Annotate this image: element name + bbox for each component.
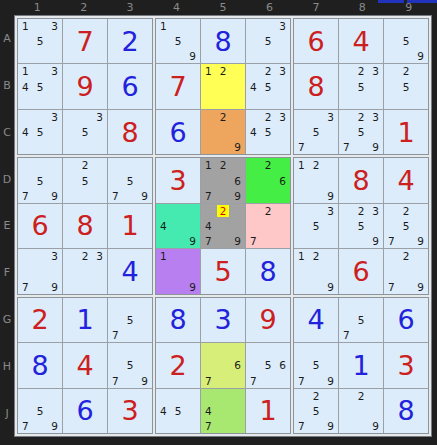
candidate-slot-3 <box>413 19 428 34</box>
candidate-slot-3 <box>230 343 245 358</box>
cell-A3[interactable]: 2 <box>108 19 152 63</box>
cell-A1[interactable]: 135 <box>18 19 62 63</box>
candidate-slot-7 <box>339 233 354 248</box>
candidate-slot-9 <box>230 373 245 388</box>
candidate-slot-3 <box>275 204 290 219</box>
candidate-slot-9: 9 <box>323 418 338 433</box>
cell-A8[interactable]: 4 <box>339 19 383 63</box>
row-label-H: H <box>0 343 14 390</box>
cell-E2[interactable]: 8 <box>63 204 107 248</box>
candidate-slot-8 <box>123 373 138 388</box>
cell-C7[interactable]: 357 <box>294 110 338 154</box>
col-label-2: 2 <box>60 0 106 15</box>
sudoku-board: 1357213459634535815983571223456292345645… <box>14 15 432 437</box>
cell-B6[interactable]: 2345 <box>246 64 290 108</box>
cell-F2[interactable]: 23 <box>63 249 107 293</box>
cell-G5[interactable]: 3 <box>201 298 245 342</box>
candidate-slot-8 <box>33 188 48 203</box>
cell-H9[interactable]: 3 <box>384 343 428 387</box>
candidate-slot-5: 5 <box>261 125 276 140</box>
pencil-marks: 29 <box>201 110 245 154</box>
cell-J7[interactable]: 2579 <box>294 389 338 433</box>
col-label-6: 6 <box>246 0 292 15</box>
cell-C6[interactable]: 2345 <box>246 110 290 154</box>
candidate-slot-4 <box>294 403 309 418</box>
candidate-slot-7: 7 <box>294 140 309 155</box>
pencil-marks: 279 <box>384 249 428 293</box>
candidate-slot-2 <box>33 389 48 404</box>
candidate-slot-1 <box>246 343 261 358</box>
candidate-slot-7 <box>18 140 33 155</box>
candidate-slot-4 <box>18 403 33 418</box>
candidate-slot-4 <box>339 125 354 140</box>
candidate-slot-6 <box>275 34 290 49</box>
candidate-slot-7: 7 <box>201 418 216 433</box>
cell-A4[interactable]: 159 <box>156 19 200 63</box>
candidate-slot-4 <box>246 358 261 373</box>
candidate-slot-3 <box>323 389 338 404</box>
candidate-slot-5 <box>354 403 369 418</box>
candidate-slot-3 <box>230 110 245 125</box>
candidate-slot-8 <box>354 327 369 342</box>
candidate-slot-8 <box>33 279 48 294</box>
candidate-slot-7 <box>384 94 399 109</box>
candidate-slot-5 <box>216 358 231 373</box>
pencil-marks: 47 <box>201 389 245 433</box>
cell-E4[interactable]: 49 <box>156 204 200 248</box>
candidate-slot-3 <box>230 204 245 219</box>
candidate-slot-5: 5 <box>123 173 138 188</box>
candidate-slot-1 <box>18 158 33 173</box>
candidate-slot-6 <box>275 219 290 234</box>
candidate-slot-2: 2 <box>216 110 231 125</box>
cell-H3[interactable]: 579 <box>108 343 152 387</box>
candidate-slot-1 <box>201 343 216 358</box>
candidate-slot-9: 9 <box>413 279 428 294</box>
row-label-E: E <box>0 203 14 250</box>
candidate-slot-2: 2 <box>354 204 369 219</box>
candidate-slot-4: 4 <box>18 125 33 140</box>
cell-J1[interactable]: 579 <box>18 389 62 433</box>
candidate-slot-8 <box>261 94 276 109</box>
cell-H7[interactable]: 579 <box>294 343 338 387</box>
candidate-slot-5 <box>171 264 186 279</box>
big-digit: 6 <box>108 64 152 108</box>
candidate-slot-5: 5 <box>33 34 48 49</box>
candidate-slot-2 <box>33 64 48 79</box>
cell-E7[interactable]: 35 <box>294 204 338 248</box>
big-digit: 9 <box>246 298 290 342</box>
cell-E1[interactable]: 6 <box>18 204 62 248</box>
candidate-slot-1 <box>108 158 123 173</box>
cell-G6[interactable]: 9 <box>246 298 290 342</box>
cell-B2[interactable]: 9 <box>63 64 107 108</box>
big-digit: 8 <box>108 110 152 154</box>
candidate-slot-8 <box>309 418 324 433</box>
candidate-slot-5: 5 <box>399 219 414 234</box>
candidate-slot-1 <box>18 389 33 404</box>
pencil-marks: 49 <box>156 204 200 248</box>
candidate-slot-1 <box>384 249 399 264</box>
candidate-slot-9: 9 <box>230 233 245 248</box>
candidate-slot-8 <box>78 140 93 155</box>
cell-J8[interactable]: 29 <box>339 389 383 433</box>
candidate-slot-2 <box>123 343 138 358</box>
candidate-slot-1: 1 <box>18 64 33 79</box>
candidate-slot-2: 2 <box>309 389 324 404</box>
candidate-slot-8 <box>261 49 276 64</box>
candidate-slot-8 <box>261 233 276 248</box>
pencil-marks: 159 <box>156 19 200 63</box>
row-label-J: J <box>0 390 14 437</box>
cell-J3[interactable]: 3 <box>108 389 152 433</box>
cell-F6[interactable]: 8 <box>246 249 290 293</box>
cell-H1[interactable]: 8 <box>18 343 62 387</box>
row-label-G: G <box>0 296 14 343</box>
cell-G7[interactable]: 4 <box>294 298 338 342</box>
candidate-slot-3 <box>368 298 383 313</box>
candidate-slot-6 <box>323 264 338 279</box>
cell-B1[interactable]: 1345 <box>18 64 62 108</box>
candidate-slot-4 <box>156 264 171 279</box>
cell-G1[interactable]: 2 <box>18 298 62 342</box>
candidate-slot-7 <box>339 418 354 433</box>
cell-B8[interactable]: 235 <box>339 64 383 108</box>
pencil-marks: 27 <box>246 204 290 248</box>
candidate-slot-4 <box>63 173 78 188</box>
cell-E5[interactable]: 2479 <box>201 204 245 248</box>
candidate-slot-8 <box>33 418 48 433</box>
cell-H6[interactable]: 567 <box>246 343 290 387</box>
cell-J2[interactable]: 6 <box>63 389 107 433</box>
big-digit: 8 <box>63 204 107 248</box>
candidate-slot-1: 1 <box>294 158 309 173</box>
cell-E6[interactable]: 27 <box>246 204 290 248</box>
cell-A7[interactable]: 6 <box>294 19 338 63</box>
cell-A5[interactable]: 8 <box>201 19 245 63</box>
candidate-slot-7 <box>156 233 171 248</box>
candidate-slot-3: 3 <box>275 110 290 125</box>
candidate-slot-9 <box>368 327 383 342</box>
pencil-marks: 135 <box>18 19 62 63</box>
candidate-slot-8 <box>261 373 276 388</box>
candidate-slot-1 <box>294 389 309 404</box>
candidate-slot-8 <box>309 233 324 248</box>
cell-D3[interactable]: 579 <box>108 158 152 202</box>
candidate-slot-9 <box>275 94 290 109</box>
candidate-slot-4 <box>108 173 123 188</box>
cell-D4[interactable]: 3 <box>156 158 200 202</box>
cell-C2[interactable]: 35 <box>63 110 107 154</box>
candidate-slot-3: 3 <box>368 204 383 219</box>
pencil-marks: 35 <box>246 19 290 63</box>
cell-B5[interactable]: 12 <box>201 64 245 108</box>
pencil-marks: 19 <box>156 249 200 293</box>
cell-B7[interactable]: 8 <box>294 64 338 108</box>
candidate-slot-5: 5 <box>309 125 324 140</box>
big-digit: 8 <box>339 158 383 202</box>
cell-D9[interactable]: 4 <box>384 158 428 202</box>
box-3-1: 21578457957963 <box>17 297 153 434</box>
candidate-slot-8 <box>309 188 324 203</box>
cell-H8[interactable]: 1 <box>339 343 383 387</box>
candidate-slot-7 <box>246 49 261 64</box>
candidate-slot-6 <box>275 125 290 140</box>
cell-D7[interactable]: 129 <box>294 158 338 202</box>
cell-F9[interactable]: 279 <box>384 249 428 293</box>
cell-C9[interactable]: 1 <box>384 110 428 154</box>
cell-G4[interactable]: 8 <box>156 298 200 342</box>
candidate-slot-3 <box>92 158 107 173</box>
candidate-slot-4 <box>18 34 33 49</box>
big-digit: 4 <box>339 19 383 63</box>
candidate-slot-9: 9 <box>185 279 200 294</box>
candidate-slot-4 <box>156 34 171 49</box>
candidate-slot-7: 7 <box>108 188 123 203</box>
candidate-slot-7: 7 <box>108 373 123 388</box>
candidate-slot-5 <box>309 173 324 188</box>
col-label-7: 7 <box>293 0 339 15</box>
candidate-slot-4 <box>294 358 309 373</box>
candidate-slot-6 <box>368 403 383 418</box>
cell-F8[interactable]: 6 <box>339 249 383 293</box>
candidate-slot-1 <box>294 110 309 125</box>
pencil-marks: 579 <box>108 158 152 202</box>
candidate-slot-8 <box>216 373 231 388</box>
candidate-slot-6 <box>92 264 107 279</box>
candidate-slot-7: 7 <box>201 188 216 203</box>
cell-J4[interactable]: 45 <box>156 389 200 433</box>
highlighted-candidate: 2 <box>217 205 230 217</box>
candidate-slot-3 <box>185 389 200 404</box>
candidate-slot-4: 4 <box>18 79 33 94</box>
candidate-slot-8 <box>309 140 324 155</box>
candidate-slot-1 <box>339 204 354 219</box>
big-digit: 3 <box>201 298 245 342</box>
cell-F7[interactable]: 129 <box>294 249 338 293</box>
box-1-3: 6459823525357235791 <box>293 18 429 155</box>
candidate-slot-8 <box>216 418 231 433</box>
cell-E8[interactable]: 2359 <box>339 204 383 248</box>
candidate-slot-1 <box>246 110 261 125</box>
pencil-marks: 567 <box>246 343 290 387</box>
candidate-slot-4 <box>63 264 78 279</box>
candidate-slot-6 <box>323 403 338 418</box>
candidate-slot-1 <box>384 204 399 219</box>
candidate-slot-4: 4 <box>156 403 171 418</box>
candidate-slot-9: 9 <box>47 188 62 203</box>
candidate-slot-9 <box>275 140 290 155</box>
candidate-slot-3 <box>323 158 338 173</box>
candidate-slot-5 <box>216 173 231 188</box>
cell-A9[interactable]: 59 <box>384 19 428 63</box>
candidate-slot-9 <box>92 188 107 203</box>
cell-B3[interactable]: 6 <box>108 64 152 108</box>
pencil-marks: 67 <box>201 343 245 387</box>
cell-E9[interactable]: 2579 <box>384 204 428 248</box>
candidate-slot-4 <box>384 34 399 49</box>
candidate-slot-8 <box>399 94 414 109</box>
candidate-slot-1 <box>339 298 354 313</box>
cell-C1[interactable]: 345 <box>18 110 62 154</box>
candidate-slot-6 <box>185 219 200 234</box>
box-2-3: 1298435235925791296279 <box>293 157 429 294</box>
cell-C8[interactable]: 23579 <box>339 110 383 154</box>
cell-F3[interactable]: 4 <box>108 249 152 293</box>
candidate-slot-9 <box>230 418 245 433</box>
candidate-slot-7: 7 <box>201 373 216 388</box>
cell-C4[interactable]: 6 <box>156 110 200 154</box>
cell-B9[interactable]: 25 <box>384 64 428 108</box>
candidate-slot-7 <box>339 94 354 109</box>
big-digit: 4 <box>384 158 428 202</box>
candidate-slot-6 <box>185 264 200 279</box>
candidate-slot-5: 5 <box>261 358 276 373</box>
candidate-slot-7 <box>156 49 171 64</box>
candidate-slot-2 <box>33 249 48 264</box>
cell-D1[interactable]: 579 <box>18 158 62 202</box>
big-digit: 6 <box>18 204 62 248</box>
candidate-slot-9: 9 <box>323 373 338 388</box>
candidate-slot-9: 9 <box>230 140 245 155</box>
candidate-slot-5: 5 <box>309 219 324 234</box>
candidate-slot-5 <box>261 219 276 234</box>
big-digit: 8 <box>384 389 428 433</box>
candidate-slot-7 <box>18 94 33 109</box>
candidate-slot-6 <box>92 125 107 140</box>
cell-C3[interactable]: 8 <box>108 110 152 154</box>
cell-D2[interactable]: 25 <box>63 158 107 202</box>
candidate-slot-3 <box>275 343 290 358</box>
candidate-slot-3: 3 <box>47 64 62 79</box>
candidate-slot-7 <box>294 279 309 294</box>
candidate-slot-2: 2 <box>399 204 414 219</box>
candidate-slot-9 <box>275 49 290 64</box>
box-2-2: 31267926492479271958 <box>155 157 291 294</box>
big-digit: 7 <box>156 64 200 108</box>
candidate-slot-6 <box>47 34 62 49</box>
candidate-slot-3: 3 <box>275 19 290 34</box>
cell-G9[interactable]: 6 <box>384 298 428 342</box>
candidate-slot-5 <box>216 403 231 418</box>
candidate-slot-3 <box>230 158 245 173</box>
cell-F4[interactable]: 19 <box>156 249 200 293</box>
col-label-3: 3 <box>107 0 153 15</box>
candidate-slot-2: 2 <box>261 158 276 173</box>
pencil-marks: 345 <box>18 110 62 154</box>
candidate-slot-4 <box>246 34 261 49</box>
candidate-slot-2: 2 <box>399 64 414 79</box>
candidate-slot-2 <box>399 19 414 34</box>
candidate-slot-2: 2 <box>78 158 93 173</box>
cell-F1[interactable]: 379 <box>18 249 62 293</box>
cell-H4[interactable]: 2 <box>156 343 200 387</box>
candidate-slot-9: 9 <box>47 418 62 433</box>
candidate-slot-4 <box>339 219 354 234</box>
pencil-marks: 57 <box>108 298 152 342</box>
candidate-slot-4 <box>339 403 354 418</box>
box-1-2: 15983571223456292345 <box>155 18 291 155</box>
candidate-slot-4 <box>18 264 33 279</box>
candidate-slot-2 <box>171 19 186 34</box>
cell-A6[interactable]: 35 <box>246 19 290 63</box>
cell-E3[interactable]: 1 <box>108 204 152 248</box>
cell-J5[interactable]: 47 <box>201 389 245 433</box>
pencil-marks: 129 <box>294 158 338 202</box>
candidate-slot-6 <box>47 264 62 279</box>
candidate-slot-1 <box>246 64 261 79</box>
candidate-slot-8 <box>171 233 186 248</box>
cell-H5[interactable]: 67 <box>201 343 245 387</box>
candidate-slot-8 <box>123 188 138 203</box>
candidate-slot-7 <box>63 140 78 155</box>
cell-J6[interactable]: 1 <box>246 389 290 433</box>
pencil-marks: 579 <box>18 158 62 202</box>
candidate-slot-8 <box>399 279 414 294</box>
candidate-slot-4 <box>18 173 33 188</box>
candidate-slot-4 <box>201 358 216 373</box>
big-digit: 1 <box>246 389 290 433</box>
big-digit: 7 <box>63 19 107 63</box>
candidate-slot-1 <box>108 343 123 358</box>
candidate-slot-9 <box>413 94 428 109</box>
cell-B4[interactable]: 7 <box>156 64 200 108</box>
cell-C5[interactable]: 29 <box>201 110 245 154</box>
cell-J9[interactable]: 8 <box>384 389 428 433</box>
cell-H2[interactable]: 4 <box>63 343 107 387</box>
candidate-slot-2 <box>171 389 186 404</box>
candidate-slot-9: 9 <box>368 418 383 433</box>
candidate-slot-1: 1 <box>294 249 309 264</box>
candidate-slot-7 <box>294 233 309 248</box>
candidate-slot-1 <box>63 158 78 173</box>
candidate-slot-9: 9 <box>185 233 200 248</box>
pencil-marks: 2479 <box>201 204 245 248</box>
sudoku-solver-screen: 123456789 ABCDEFGHJ 13572134596345358159… <box>0 0 437 445</box>
candidate-slot-3: 3 <box>323 110 338 125</box>
cell-A2[interactable]: 7 <box>63 19 107 63</box>
candidate-slot-4 <box>384 219 399 234</box>
cell-D8[interactable]: 8 <box>339 158 383 202</box>
candidate-slot-5: 5 <box>399 79 414 94</box>
row-label-D: D <box>0 156 14 203</box>
cell-G3[interactable]: 57 <box>108 298 152 342</box>
candidate-slot-5: 5 <box>354 219 369 234</box>
pencil-marks: 379 <box>18 249 62 293</box>
candidate-slot-4: 4 <box>201 219 216 234</box>
pencil-marks: 23579 <box>339 110 383 154</box>
col-label-8: 8 <box>339 0 385 15</box>
pencil-marks: 357 <box>294 110 338 154</box>
candidate-slot-9: 9 <box>137 188 152 203</box>
candidate-slot-3 <box>47 158 62 173</box>
candidate-slot-2: 2 <box>261 64 276 79</box>
candidate-slot-1: 1 <box>18 19 33 34</box>
pencil-marks: 129 <box>294 249 338 293</box>
cell-D6[interactable]: 26 <box>246 158 290 202</box>
candidate-slot-2: 2 <box>309 249 324 264</box>
cell-G8[interactable]: 57 <box>339 298 383 342</box>
candidate-slot-1 <box>156 204 171 219</box>
candidate-slot-6: 6 <box>230 173 245 188</box>
candidate-slot-4: 4 <box>246 125 261 140</box>
candidate-slot-6 <box>413 79 428 94</box>
cell-D5[interactable]: 12679 <box>201 158 245 202</box>
cell-G2[interactable]: 1 <box>63 298 107 342</box>
cell-F5[interactable]: 5 <box>201 249 245 293</box>
candidate-slot-8 <box>33 49 48 64</box>
candidate-slot-9 <box>275 373 290 388</box>
